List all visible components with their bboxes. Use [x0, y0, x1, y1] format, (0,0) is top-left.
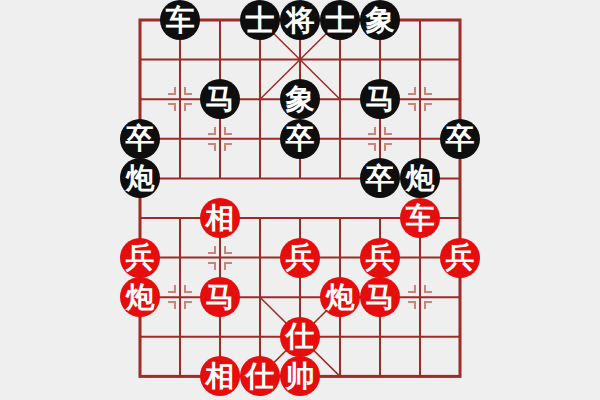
star-point-corner — [408, 285, 416, 293]
star-point-corner — [208, 143, 216, 151]
star-point-corner — [208, 127, 216, 135]
piece-black-horse[interactable]: 马 — [200, 79, 240, 119]
star-point-corner — [168, 103, 176, 111]
star-point-corner — [424, 285, 432, 293]
star-point-corner — [208, 246, 216, 254]
piece-red-elephant[interactable]: 相 — [200, 356, 240, 396]
piece-red-soldier[interactable]: 兵 — [440, 238, 480, 278]
star-point-marker — [408, 87, 432, 111]
piece-red-general[interactable]: 帅 — [280, 356, 320, 396]
piece-black-soldier[interactable]: 卒 — [120, 119, 160, 159]
piece-red-chariot[interactable]: 车 — [400, 198, 440, 238]
piece-black-elephant[interactable]: 象 — [360, 0, 400, 40]
star-point-corner — [224, 246, 232, 254]
star-point-corner — [168, 301, 176, 309]
star-point-corner — [184, 87, 192, 95]
piece-black-soldier[interactable]: 卒 — [440, 119, 480, 159]
star-point-corner — [224, 143, 232, 151]
star-point-marker — [168, 285, 192, 309]
star-point-corner — [184, 301, 192, 309]
piece-black-soldier[interactable]: 卒 — [360, 158, 400, 198]
star-point-corner — [224, 127, 232, 135]
star-point-corner — [208, 262, 216, 270]
star-point-marker — [168, 87, 192, 111]
star-point-corner — [168, 285, 176, 293]
piece-black-chariot[interactable]: 车 — [160, 0, 200, 40]
piece-black-soldier[interactable]: 卒 — [280, 119, 320, 159]
star-point-corner — [184, 285, 192, 293]
piece-red-elephant[interactable]: 相 — [200, 198, 240, 238]
piece-red-cannon[interactable]: 炮 — [320, 277, 360, 317]
star-point-corner — [384, 143, 392, 151]
star-point-corner — [424, 87, 432, 95]
piece-black-horse[interactable]: 马 — [360, 79, 400, 119]
piece-red-advisor[interactable]: 仕 — [280, 317, 320, 357]
star-point-marker — [208, 246, 232, 270]
star-point-corner — [368, 143, 376, 151]
star-point-marker — [208, 127, 232, 151]
piece-red-soldier[interactable]: 兵 — [360, 238, 400, 278]
star-point-corner — [408, 103, 416, 111]
star-point-corner — [224, 262, 232, 270]
piece-red-advisor[interactable]: 仕 — [240, 356, 280, 396]
piece-red-cannon[interactable]: 炮 — [120, 277, 160, 317]
star-point-corner — [408, 301, 416, 309]
star-point-marker — [368, 127, 392, 151]
piece-black-cannon[interactable]: 炮 — [120, 158, 160, 198]
piece-black-cannon[interactable]: 炮 — [400, 158, 440, 198]
star-point-corner — [424, 301, 432, 309]
piece-red-soldier[interactable]: 兵 — [120, 238, 160, 278]
star-point-corner — [368, 127, 376, 135]
star-point-corner — [424, 103, 432, 111]
piece-red-soldier[interactable]: 兵 — [280, 238, 320, 278]
piece-black-advisor[interactable]: 士 — [240, 0, 280, 40]
star-point-corner — [384, 127, 392, 135]
piece-red-horse[interactable]: 马 — [200, 277, 240, 317]
piece-black-elephant[interactable]: 象 — [280, 79, 320, 119]
star-point-corner — [408, 87, 416, 95]
piece-red-horse[interactable]: 马 — [360, 277, 400, 317]
star-point-marker — [408, 285, 432, 309]
piece-black-advisor[interactable]: 士 — [320, 0, 360, 40]
piece-black-general[interactable]: 将 — [280, 0, 320, 40]
xiangqi-board[interactable]: 车士将士象马象马卒卒卒炮卒炮相车兵兵兵兵炮马炮马仕相仕帅 — [0, 0, 600, 400]
star-point-corner — [184, 103, 192, 111]
star-point-corner — [168, 87, 176, 95]
